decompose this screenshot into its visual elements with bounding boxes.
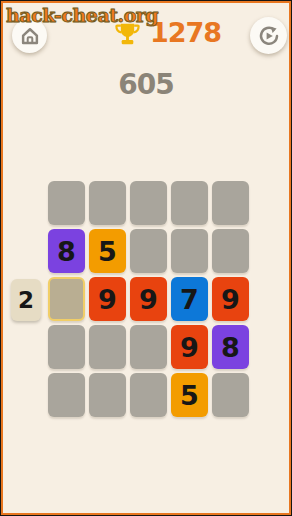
board-cell-empty[interactable] — [130, 325, 167, 369]
board-cell-empty[interactable] — [130, 229, 167, 273]
game-screen: hack-cheat.org 1278 605 85997998 — [1, 1, 291, 515]
board-tile-9[interactable]: 9 — [171, 325, 208, 369]
board-tile-9[interactable]: 9 — [130, 277, 167, 321]
board-cell-empty[interactable] — [212, 373, 249, 417]
score-value: 1278 — [150, 17, 221, 48]
board-cell-empty[interactable] — [48, 181, 85, 225]
board-cell-empty[interactable] — [89, 373, 126, 417]
restart-icon — [257, 24, 281, 48]
board-cell-empty[interactable] — [171, 229, 208, 273]
current-tile-sum: 605 — [3, 68, 289, 101]
board-tile-5[interactable]: 5 — [89, 229, 126, 273]
incoming-tile[interactable]: 2 — [11, 279, 41, 321]
board-cell-empty[interactable] — [48, 373, 85, 417]
board-tile-9[interactable]: 9 — [212, 277, 249, 321]
board-cell-empty[interactable] — [212, 229, 249, 273]
board-cell-empty[interactable] — [89, 325, 126, 369]
board-tile-5[interactable]: 5 — [171, 373, 208, 417]
restart-button[interactable] — [250, 17, 287, 54]
board-cell-empty[interactable] — [212, 181, 249, 225]
board-cell-empty[interactable] — [130, 181, 167, 225]
watermark: hack-cheat.org — [6, 4, 158, 26]
board-cell-empty[interactable] — [89, 181, 126, 225]
board-tile-9[interactable]: 9 — [89, 277, 126, 321]
board-cell-empty[interactable] — [130, 373, 167, 417]
board: 859979985 — [48, 181, 249, 417]
board-tile-8[interactable]: 8 — [212, 325, 249, 369]
board-tile-8[interactable]: 8 — [48, 229, 85, 273]
board-cell-drop-target[interactable] — [48, 277, 85, 321]
board-cell-empty[interactable] — [48, 325, 85, 369]
home-icon — [19, 25, 41, 47]
board-cell-empty[interactable] — [171, 181, 208, 225]
board-tile-7[interactable]: 7 — [171, 277, 208, 321]
